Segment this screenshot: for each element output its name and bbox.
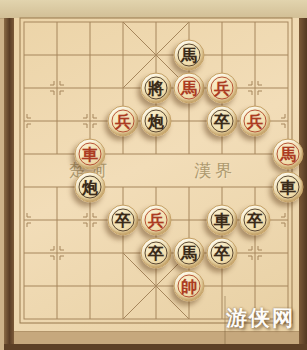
piece-red-horse[interactable]: 馬 [273, 139, 304, 170]
piece-black-cannon[interactable]: 炮 [141, 106, 172, 137]
piece-character: 兵 [214, 80, 230, 97]
piece-character: 炮 [82, 179, 98, 196]
piece-character: 車 [214, 212, 230, 229]
piece-character: 炮 [148, 113, 164, 130]
piece-black-horse[interactable]: 馬 [174, 40, 205, 71]
piece-black-soldier[interactable]: 卒 [240, 205, 271, 236]
piece-character: 卒 [247, 212, 263, 229]
piece-black-cannon[interactable]: 炮 [75, 172, 106, 203]
piece-character: 卒 [214, 113, 230, 130]
piece-character: 車 [280, 179, 296, 196]
piece-red-soldier[interactable]: 兵 [207, 73, 238, 104]
piece-character: 車 [82, 146, 98, 163]
piece-black-chariot[interactable]: 車 [207, 205, 238, 236]
piece-black-soldier[interactable]: 卒 [108, 205, 139, 236]
piece-red-soldier[interactable]: 兵 [141, 205, 172, 236]
piece-character: 馬 [280, 146, 296, 163]
piece-character: 卒 [214, 245, 230, 262]
piece-black-soldier[interactable]: 卒 [207, 106, 238, 137]
piece-red-soldier[interactable]: 兵 [240, 106, 271, 137]
piece-black-soldier[interactable]: 卒 [207, 238, 238, 269]
piece-red-horse[interactable]: 馬 [174, 73, 205, 104]
piece-black-horse[interactable]: 馬 [174, 238, 205, 269]
piece-character: 馬 [181, 47, 197, 64]
piece-character: 兵 [115, 113, 131, 130]
piece-character: 將 [148, 80, 164, 97]
river-label-right: 漢界 [194, 159, 236, 182]
piece-black-chariot[interactable]: 車 [273, 172, 304, 203]
piece-character: 兵 [247, 113, 263, 130]
piece-red-general[interactable]: 帥 [174, 271, 205, 302]
piece-red-soldier[interactable]: 兵 [108, 106, 139, 137]
piece-character: 卒 [115, 212, 131, 229]
piece-black-general[interactable]: 將 [141, 73, 172, 104]
piece-red-chariot[interactable]: 車 [75, 139, 106, 170]
piece-character: 馬 [181, 245, 197, 262]
piece-character: 兵 [148, 212, 164, 229]
piece-character: 馬 [181, 80, 197, 97]
board-grid [0, 0, 307, 350]
piece-character: 卒 [148, 245, 164, 262]
piece-character: 帥 [181, 278, 197, 295]
piece-black-soldier[interactable]: 卒 [141, 238, 172, 269]
site-watermark: 游侠网 [226, 304, 306, 332]
xiangqi-game-screen: 楚河 漢界 馬將馬兵兵炮卒兵車馬炮車卒兵車卒卒馬卒帥 游侠网 [0, 0, 307, 350]
